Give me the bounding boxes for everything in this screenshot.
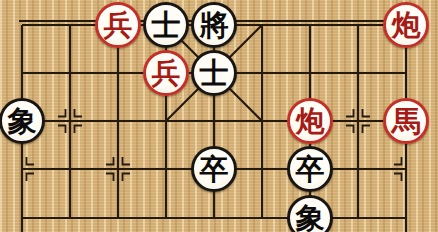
red-soldier[interactable]: 兵	[95, 2, 141, 48]
red-cannon[interactable]: 炮	[383, 2, 429, 48]
black-general[interactable]: 將	[191, 2, 237, 48]
black-advisor[interactable]: 士	[143, 2, 189, 48]
black-advisor[interactable]: 士	[191, 50, 237, 96]
red-cannon[interactable]: 炮	[287, 98, 333, 144]
black-elephant[interactable]: 象	[0, 98, 45, 144]
red-soldier[interactable]: 兵	[143, 50, 189, 96]
black-soldier[interactable]: 卒	[287, 146, 333, 192]
red-horse[interactable]: 馬	[383, 98, 429, 144]
xiangqi-board: 兵士將炮兵士象炮馬卒卒象	[0, 0, 438, 232]
black-soldier[interactable]: 卒	[191, 146, 237, 192]
